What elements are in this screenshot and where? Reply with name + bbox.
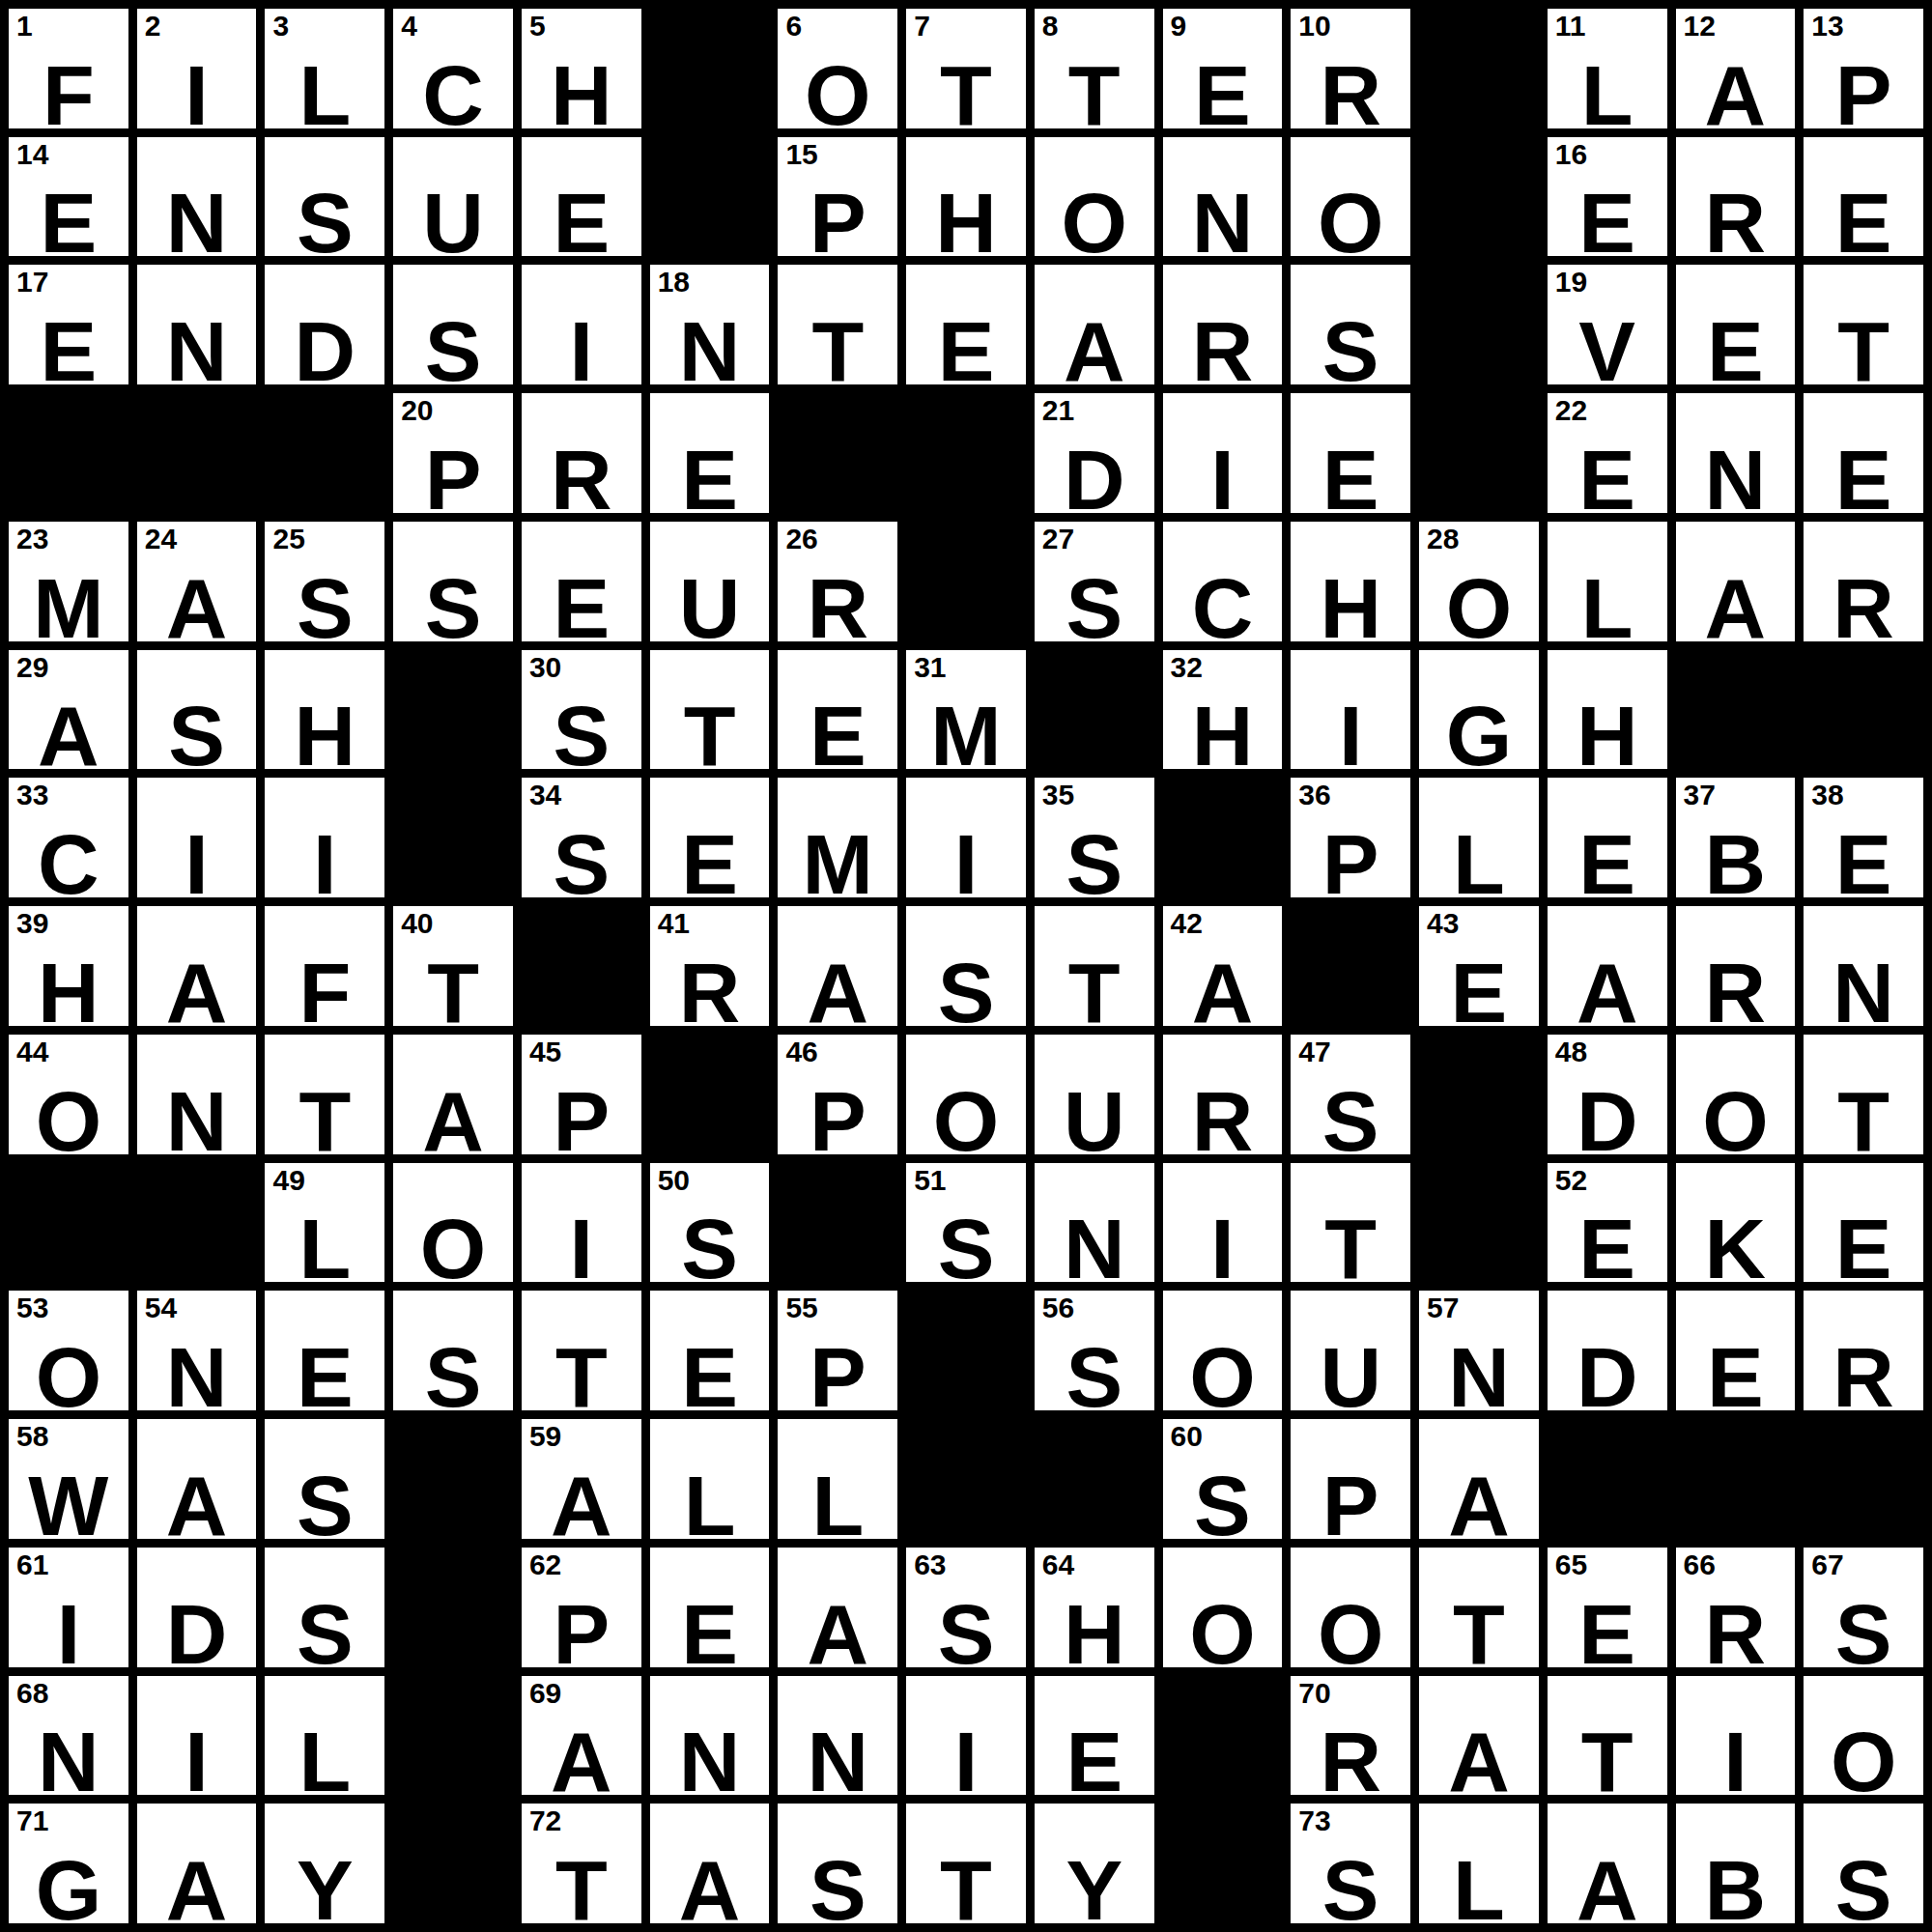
cell-r5c12[interactable]: 28O: [1419, 522, 1539, 641]
cell-r7c11[interactable]: 36P: [1291, 778, 1410, 897]
cell-r15c11[interactable]: 73S: [1291, 1804, 1410, 1923]
cell-r9c15[interactable]: T: [1804, 1035, 1923, 1154]
clue-number: 8: [1042, 12, 1059, 41]
cell-r13c2[interactable]: D: [137, 1548, 257, 1667]
cell-r13c7[interactable]: A: [778, 1548, 897, 1667]
cell-letter: V: [1548, 309, 1667, 394]
cell-r5c9[interactable]: 27S: [1035, 522, 1154, 641]
clue-number: 5: [529, 12, 546, 41]
cell-letter: I: [906, 1719, 1026, 1804]
cell-r3c9[interactable]: A: [1035, 265, 1154, 384]
cell-r3c11[interactable]: S: [1291, 265, 1410, 384]
cell-r14c15[interactable]: O: [1804, 1676, 1923, 1796]
cell-r2c4[interactable]: U: [393, 137, 513, 257]
cell-r10c15[interactable]: E: [1804, 1163, 1923, 1283]
cell-r12c12[interactable]: A: [1419, 1419, 1539, 1539]
cell-r15c12[interactable]: L: [1419, 1804, 1539, 1923]
cell-r6c5[interactable]: 30S: [522, 650, 641, 770]
clue-number: 44: [16, 1037, 48, 1066]
clue-number: 54: [145, 1293, 177, 1322]
cell-letter: E: [1804, 438, 1923, 523]
cell-r4c5[interactable]: R: [522, 393, 641, 513]
cell-r7c12[interactable]: L: [1419, 778, 1539, 897]
cell-r15c1[interactable]: 71G: [9, 1804, 128, 1923]
cell-r3c1[interactable]: 17E: [9, 265, 128, 384]
clue-number: 64: [1042, 1550, 1074, 1579]
clue-number: 71: [16, 1806, 48, 1835]
cell-r10c3[interactable]: 49L: [265, 1163, 384, 1283]
cell-letter: O: [906, 1079, 1026, 1164]
cell-r9c4[interactable]: A: [393, 1035, 513, 1154]
cell-letter: P: [1804, 53, 1923, 138]
cell-letter: I: [906, 822, 1026, 907]
cell-r14c8[interactable]: I: [906, 1676, 1026, 1796]
cell-r15c2[interactable]: A: [137, 1804, 257, 1923]
cell-r11c3[interactable]: E: [265, 1291, 384, 1410]
cell-r5c11[interactable]: H: [1291, 522, 1410, 641]
cell-r5c10[interactable]: C: [1163, 522, 1283, 641]
cell-r1c9[interactable]: 8T: [1035, 9, 1154, 128]
cell-r3c10[interactable]: R: [1163, 265, 1283, 384]
cell-letter: E: [650, 1592, 770, 1677]
cell-r7c7[interactable]: M: [778, 778, 897, 897]
cell-letter: M: [906, 694, 1026, 779]
cell-r10c9[interactable]: N: [1035, 1163, 1154, 1283]
black-cell: [393, 1419, 513, 1539]
cell-r3c4[interactable]: S: [393, 265, 513, 384]
cell-r6c11[interactable]: I: [1291, 650, 1410, 770]
cell-r11c10[interactable]: O: [1163, 1291, 1283, 1410]
cell-r10c4[interactable]: O: [393, 1163, 513, 1283]
cell-r5c6[interactable]: U: [650, 522, 770, 641]
cell-r15c9[interactable]: Y: [1035, 1804, 1154, 1923]
cell-r11c11[interactable]: U: [1291, 1291, 1410, 1410]
cell-r14c13[interactable]: T: [1548, 1676, 1667, 1796]
cell-r12c10[interactable]: 60S: [1163, 1419, 1283, 1539]
cell-r9c2[interactable]: N: [137, 1035, 257, 1154]
cell-letter: R: [1163, 1079, 1283, 1164]
cell-r12c7[interactable]: L: [778, 1419, 897, 1539]
cell-r4c10[interactable]: I: [1163, 393, 1283, 513]
cell-r10c5[interactable]: I: [522, 1163, 641, 1283]
cell-letter: F: [9, 53, 128, 138]
cell-letter: I: [1291, 694, 1410, 779]
cell-r12c5[interactable]: 59A: [522, 1419, 641, 1539]
cell-r10c8[interactable]: 51S: [906, 1163, 1026, 1283]
cell-letter: R: [1804, 1335, 1923, 1420]
clue-number: 29: [16, 653, 48, 682]
cell-r11c4[interactable]: S: [393, 1291, 513, 1410]
cell-letter: O: [9, 1079, 128, 1164]
cell-r4c15[interactable]: E: [1804, 393, 1923, 513]
cell-r13c6[interactable]: E: [650, 1548, 770, 1667]
cell-r13c3[interactable]: S: [265, 1548, 384, 1667]
cell-r15c8[interactable]: T: [906, 1804, 1026, 1923]
cell-r5c14[interactable]: A: [1676, 522, 1796, 641]
cell-letter: A: [137, 566, 257, 651]
cell-letter: F: [265, 951, 384, 1036]
cell-r12c1[interactable]: 58W: [9, 1419, 128, 1539]
cell-letter: I: [1676, 1719, 1796, 1804]
cell-r13c5[interactable]: 62P: [522, 1548, 641, 1667]
black-cell: [393, 1676, 513, 1796]
black-cell: [137, 393, 257, 513]
cell-r11c12[interactable]: 57N: [1419, 1291, 1539, 1410]
cell-r12c6[interactable]: L: [650, 1419, 770, 1539]
cell-r2c7[interactable]: 15P: [778, 137, 897, 257]
cell-r11c1[interactable]: 53O: [9, 1291, 128, 1410]
black-cell: [906, 393, 1026, 513]
cell-r10c10[interactable]: I: [1163, 1163, 1283, 1283]
cell-r11c2[interactable]: 54N: [137, 1291, 257, 1410]
cell-r8c12[interactable]: 43E: [1419, 906, 1539, 1026]
cell-r3c7[interactable]: T: [778, 265, 897, 384]
cell-letter: S: [137, 694, 257, 779]
cell-r6c1[interactable]: 29A: [9, 650, 128, 770]
cell-r2c11[interactable]: O: [1291, 137, 1410, 257]
cell-r9c14[interactable]: O: [1676, 1035, 1796, 1154]
cell-letter: E: [1804, 1207, 1923, 1292]
cell-letter: E: [1548, 181, 1667, 266]
cell-letter: P: [1291, 1463, 1410, 1548]
cell-letter: C: [9, 822, 128, 907]
black-cell: [1419, 137, 1539, 257]
cell-letter: E: [9, 181, 128, 266]
cell-letter: T: [1804, 1079, 1923, 1164]
cell-r7c14[interactable]: 37B: [1676, 778, 1796, 897]
cell-r15c14[interactable]: B: [1676, 1804, 1796, 1923]
cell-letter: A: [1548, 1848, 1667, 1932]
cell-letter: R: [1676, 1592, 1796, 1677]
cell-letter: N: [1035, 1207, 1154, 1292]
cell-r13c1[interactable]: 61I: [9, 1548, 128, 1667]
cell-letter: K: [1676, 1207, 1796, 1292]
cell-r4c13[interactable]: 22E: [1548, 393, 1667, 513]
cell-letter: C: [393, 53, 513, 138]
cell-letter: R: [1163, 309, 1283, 394]
cell-r10c13[interactable]: 52E: [1548, 1163, 1667, 1283]
cell-r1c15[interactable]: 13P: [1804, 9, 1923, 128]
cell-r8c2[interactable]: A: [137, 906, 257, 1026]
clue-number: 49: [272, 1166, 304, 1195]
cell-r7c13[interactable]: E: [1548, 778, 1667, 897]
cell-r14c12[interactable]: A: [1419, 1676, 1539, 1796]
cell-letter: E: [906, 309, 1026, 394]
cell-r11c7[interactable]: 55P: [778, 1291, 897, 1410]
cell-r2c15[interactable]: E: [1804, 137, 1923, 257]
cell-r1c2[interactable]: 2I: [137, 9, 257, 128]
cell-r2c9[interactable]: O: [1035, 137, 1154, 257]
cell-letter: T: [265, 1079, 384, 1164]
cell-r6c10[interactable]: 32H: [1163, 650, 1283, 770]
cell-r3c8[interactable]: E: [906, 265, 1026, 384]
cell-r8c9[interactable]: T: [1035, 906, 1154, 1026]
cell-letter: S: [265, 1592, 384, 1677]
cell-letter: A: [137, 951, 257, 1036]
cell-r9c1[interactable]: 44O: [9, 1035, 128, 1154]
cell-r9c9[interactable]: U: [1035, 1035, 1154, 1154]
cell-r1c4[interactable]: 4C: [393, 9, 513, 128]
cell-r15c15[interactable]: S: [1804, 1804, 1923, 1923]
cell-r11c15[interactable]: R: [1804, 1291, 1923, 1410]
cell-r3c14[interactable]: E: [1676, 265, 1796, 384]
clue-number: 15: [785, 140, 817, 169]
cell-r10c14[interactable]: K: [1676, 1163, 1796, 1283]
cell-r7c2[interactable]: I: [137, 778, 257, 897]
cell-letter: S: [906, 1592, 1026, 1677]
cell-r13c12[interactable]: T: [1419, 1548, 1539, 1667]
cell-r11c5[interactable]: T: [522, 1291, 641, 1410]
cell-letter: T: [778, 309, 897, 394]
cell-letter: D: [1548, 1335, 1667, 1420]
cell-r14c11[interactable]: 70R: [1291, 1676, 1410, 1796]
cell-r5c4[interactable]: S: [393, 522, 513, 641]
cell-r8c8[interactable]: S: [906, 906, 1026, 1026]
cell-r14c3[interactable]: L: [265, 1676, 384, 1796]
black-cell: [1163, 1676, 1283, 1796]
cell-r3c3[interactable]: D: [265, 265, 384, 384]
clue-number: 27: [1042, 525, 1074, 554]
clue-number: 38: [1811, 781, 1843, 810]
cell-letter: R: [650, 951, 770, 1036]
clue-number: 9: [1171, 12, 1187, 41]
cell-r14c7[interactable]: N: [778, 1676, 897, 1796]
cell-r9c10[interactable]: R: [1163, 1035, 1283, 1154]
cell-r12c3[interactable]: S: [265, 1419, 384, 1539]
cell-r13c8[interactable]: 63S: [906, 1548, 1026, 1667]
cell-r15c5[interactable]: 72T: [522, 1804, 641, 1923]
cell-letter: L: [1548, 566, 1667, 651]
cell-letter: T: [393, 951, 513, 1036]
cell-r15c3[interactable]: Y: [265, 1804, 384, 1923]
cell-r1c10[interactable]: 9E: [1163, 9, 1283, 128]
cell-r14c9[interactable]: E: [1035, 1676, 1154, 1796]
clue-number: 60: [1171, 1422, 1203, 1451]
cell-r8c3[interactable]: F: [265, 906, 384, 1026]
cell-r2c13[interactable]: 16E: [1548, 137, 1667, 257]
cell-r13c13[interactable]: 65E: [1548, 1548, 1667, 1667]
cell-r8c13[interactable]: A: [1548, 906, 1667, 1026]
cell-r4c9[interactable]: 21D: [1035, 393, 1154, 513]
cell-letter: S: [1291, 1079, 1410, 1164]
cell-letter: L: [1419, 1848, 1539, 1932]
cell-r7c3[interactable]: I: [265, 778, 384, 897]
cell-r9c3[interactable]: T: [265, 1035, 384, 1154]
cell-letter: S: [906, 1207, 1026, 1292]
cell-r12c11[interactable]: P: [1291, 1419, 1410, 1539]
cell-r13c11[interactable]: O: [1291, 1548, 1410, 1667]
cell-letter: E: [1804, 181, 1923, 266]
cell-r6c3[interactable]: H: [265, 650, 384, 770]
cell-r4c4[interactable]: 20P: [393, 393, 513, 513]
clue-number: 48: [1555, 1037, 1587, 1066]
cell-letter: T: [522, 1335, 641, 1420]
cell-letter: N: [9, 1719, 128, 1804]
cell-r1c14[interactable]: 12A: [1676, 9, 1796, 128]
cell-r5c15[interactable]: R: [1804, 522, 1923, 641]
cell-r14c6[interactable]: N: [650, 1676, 770, 1796]
cell-letter: I: [137, 53, 257, 138]
cell-letter: O: [1676, 1079, 1796, 1164]
cell-letter: S: [906, 951, 1026, 1036]
cell-letter: L: [265, 1207, 384, 1292]
clue-number: 18: [658, 268, 690, 297]
cell-r4c6[interactable]: E: [650, 393, 770, 513]
cell-letter: A: [1163, 951, 1283, 1036]
black-cell: [137, 1163, 257, 1283]
cell-r8c1[interactable]: 39H: [9, 906, 128, 1026]
cell-r15c7[interactable]: S: [778, 1804, 897, 1923]
cell-r7c5[interactable]: 34S: [522, 778, 641, 897]
cell-r4c11[interactable]: E: [1291, 393, 1410, 513]
cell-r3c15[interactable]: T: [1804, 265, 1923, 384]
cell-r13c10[interactable]: O: [1163, 1548, 1283, 1667]
cell-letter: H: [522, 53, 641, 138]
cell-r9c7[interactable]: 46P: [778, 1035, 897, 1154]
cell-r9c13[interactable]: 48D: [1548, 1035, 1667, 1154]
cell-r12c2[interactable]: A: [137, 1419, 257, 1539]
cell-r14c2[interactable]: I: [137, 1676, 257, 1796]
cell-r11c13[interactable]: D: [1548, 1291, 1667, 1410]
clue-number: 72: [529, 1806, 561, 1835]
cell-r8c14[interactable]: R: [1676, 906, 1796, 1026]
cell-letter: T: [906, 1848, 1026, 1932]
black-cell: [9, 393, 128, 513]
cell-letter: S: [393, 1335, 513, 1420]
cell-r6c8[interactable]: 31M: [906, 650, 1026, 770]
cell-r3c2[interactable]: N: [137, 265, 257, 384]
cell-r10c11[interactable]: T: [1291, 1163, 1410, 1283]
cell-letter: E: [522, 181, 641, 266]
cell-letter: O: [1035, 181, 1154, 266]
cell-r7c9[interactable]: 35S: [1035, 778, 1154, 897]
cell-r13c15[interactable]: 67S: [1804, 1548, 1923, 1667]
cell-r5c5[interactable]: E: [522, 522, 641, 641]
cell-r5c2[interactable]: 24A: [137, 522, 257, 641]
cell-r1c3[interactable]: 3L: [265, 9, 384, 128]
clue-number: 14: [16, 140, 48, 169]
cell-letter: H: [906, 181, 1026, 266]
cell-r14c5[interactable]: 69A: [522, 1676, 641, 1796]
cell-letter: A: [1548, 951, 1667, 1036]
cell-r6c13[interactable]: H: [1548, 650, 1667, 770]
cell-letter: W: [9, 1463, 128, 1548]
cell-r6c7[interactable]: E: [778, 650, 897, 770]
cell-r7c8[interactable]: I: [906, 778, 1026, 897]
cell-r5c1[interactable]: 23M: [9, 522, 128, 641]
cell-letter: H: [1291, 566, 1410, 651]
cell-r11c6[interactable]: E: [650, 1291, 770, 1410]
cell-r3c5[interactable]: I: [522, 265, 641, 384]
cell-r2c10[interactable]: N: [1163, 137, 1283, 257]
cell-letter: E: [265, 1335, 384, 1420]
cell-r11c9[interactable]: 56S: [1035, 1291, 1154, 1410]
cell-r1c7[interactable]: 6O: [778, 9, 897, 128]
cell-letter: A: [1676, 566, 1796, 651]
cell-r9c11[interactable]: 47S: [1291, 1035, 1410, 1154]
cell-letter: S: [650, 1207, 770, 1292]
cell-letter: S: [265, 1463, 384, 1548]
cell-r6c6[interactable]: T: [650, 650, 770, 770]
cell-r8c10[interactable]: 42A: [1163, 906, 1283, 1026]
cell-letter: E: [1676, 1335, 1796, 1420]
clue-number: 41: [658, 909, 690, 938]
cell-r1c13[interactable]: 11L: [1548, 9, 1667, 128]
cell-r10c6[interactable]: 50S: [650, 1163, 770, 1283]
cell-r2c3[interactable]: S: [265, 137, 384, 257]
cell-r8c15[interactable]: N: [1804, 906, 1923, 1026]
black-cell: [1676, 1419, 1796, 1539]
cell-r1c11[interactable]: 10R: [1291, 9, 1410, 128]
cell-letter: O: [778, 53, 897, 138]
cell-r1c8[interactable]: 7T: [906, 9, 1026, 128]
clue-number: 50: [658, 1166, 690, 1195]
black-cell: [1548, 1419, 1667, 1539]
cell-letter: U: [1035, 1079, 1154, 1164]
cell-r7c1[interactable]: 33C: [9, 778, 128, 897]
cell-r1c1[interactable]: 1F: [9, 9, 128, 128]
cell-letter: O: [393, 1207, 513, 1292]
cell-r14c1[interactable]: 68N: [9, 1676, 128, 1796]
clue-number: 40: [401, 909, 433, 938]
cell-letter: S: [1291, 309, 1410, 394]
cell-r2c5[interactable]: E: [522, 137, 641, 257]
cell-r6c12[interactable]: G: [1419, 650, 1539, 770]
cell-r3c6[interactable]: 18N: [650, 265, 770, 384]
cell-r8c6[interactable]: 41R: [650, 906, 770, 1026]
cell-r8c7[interactable]: A: [778, 906, 897, 1026]
clue-number: 26: [785, 525, 817, 554]
cell-letter: H: [1548, 694, 1667, 779]
clue-number: 67: [1811, 1550, 1843, 1579]
cell-r7c15[interactable]: 38E: [1804, 778, 1923, 897]
cell-r15c13[interactable]: A: [1548, 1804, 1667, 1923]
cell-letter: U: [1291, 1335, 1410, 1420]
cell-r14c14[interactable]: I: [1676, 1676, 1796, 1796]
cell-r9c5[interactable]: 45P: [522, 1035, 641, 1154]
clue-number: 36: [1298, 781, 1330, 810]
black-cell: [1804, 650, 1923, 770]
cell-letter: A: [1419, 1719, 1539, 1804]
cell-r13c14[interactable]: 66R: [1676, 1548, 1796, 1667]
cell-r11c14[interactable]: E: [1676, 1291, 1796, 1410]
cell-r5c7[interactable]: 26R: [778, 522, 897, 641]
cell-r1c5[interactable]: 5H: [522, 9, 641, 128]
cell-r5c3[interactable]: 25S: [265, 522, 384, 641]
cell-letter: S: [778, 1848, 897, 1932]
cell-letter: O: [1419, 566, 1539, 651]
cell-r3c13[interactable]: 19V: [1548, 265, 1667, 384]
cell-r15c6[interactable]: A: [650, 1804, 770, 1923]
cell-r2c8[interactable]: H: [906, 137, 1026, 257]
cell-r13c9[interactable]: 64H: [1035, 1548, 1154, 1667]
black-cell: [1291, 906, 1410, 1026]
cell-r2c14[interactable]: R: [1676, 137, 1796, 257]
clue-number: 16: [1555, 140, 1587, 169]
cell-r2c2[interactable]: N: [137, 137, 257, 257]
cell-r6c2[interactable]: S: [137, 650, 257, 770]
cell-r7c6[interactable]: E: [650, 778, 770, 897]
cell-r8c4[interactable]: 40T: [393, 906, 513, 1026]
cell-r2c1[interactable]: 14E: [9, 137, 128, 257]
cell-r4c14[interactable]: N: [1676, 393, 1796, 513]
cell-letter: T: [1035, 53, 1154, 138]
cell-r9c8[interactable]: O: [906, 1035, 1026, 1154]
clue-number: 4: [401, 12, 417, 41]
clue-number: 13: [1811, 12, 1843, 41]
cell-r5c13[interactable]: L: [1548, 522, 1667, 641]
cell-letter: G: [1419, 694, 1539, 779]
